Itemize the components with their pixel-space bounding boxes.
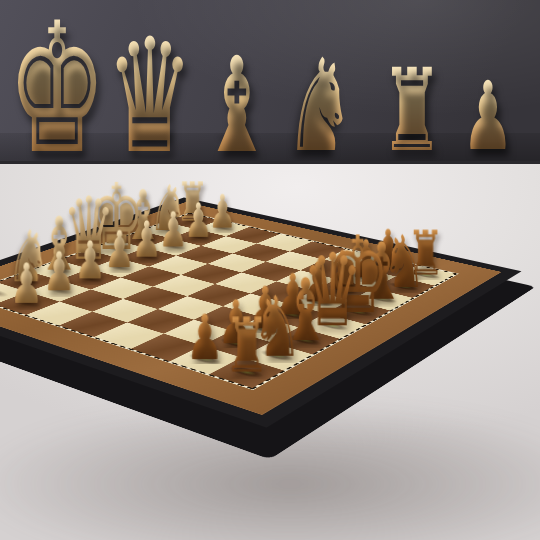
rook-glyph: ♜ bbox=[380, 54, 443, 164]
piece-billboard: ♜ bbox=[150, 308, 343, 370]
chess-board: ♜♟♞♟♝♟♚♟♛♟♝♟♟♞♜♟♟♜♞♟♟♝♟♚♟♛♟♝♟♞♟♜ bbox=[0, 197, 522, 427]
piece-lineup-backdrop: ♚♛♝♞♜♟ bbox=[0, 0, 540, 164]
lineup-pawn-piece: ♟ bbox=[445, 69, 530, 147]
perspective-scene: ♜♟♞♟♝♟♚♟♛♟♝♟♟♞♜♟♟♜♞♟♟♝♟♚♟♛♟♝♟♞♟♜ bbox=[0, 164, 540, 540]
knight-glyph: ♞ bbox=[284, 42, 355, 164]
piece-billboard: ♟ bbox=[0, 256, 110, 301]
board-walnut-top: ♜♟♞♟♝♟♚♟♛♟♝♟♟♞♜♟♟♜♞♟♟♝♟♚♟♛♟♝♟♞♟♜ bbox=[0, 197, 522, 427]
pawn-glyph: ♟ bbox=[0, 256, 83, 311]
board-scene: ♜♟♞♟♝♟♚♟♛♟♝♟♟♞♜♟♟♜♞♟♟♝♟♚♟♛♟♝♟♞♟♜ bbox=[0, 164, 540, 540]
pawn-glyph: ♟ bbox=[462, 69, 515, 164]
